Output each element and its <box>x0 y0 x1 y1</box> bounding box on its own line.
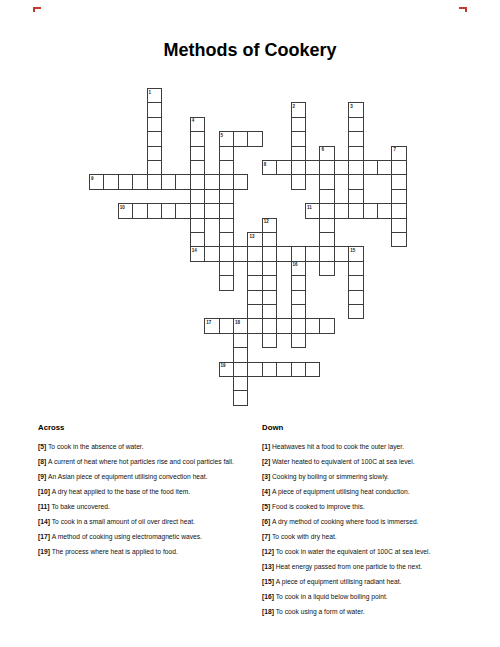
clue-item-number: [2] <box>262 458 272 465</box>
grid-cell[interactable] <box>391 218 406 233</box>
grid-cell[interactable] <box>391 160 406 175</box>
clue-number: 5 <box>221 133 224 138</box>
clue-number: 15 <box>350 248 355 253</box>
clue-item-number: [18] <box>262 608 276 615</box>
grid-cell[interactable] <box>219 146 234 161</box>
grid-cell[interactable] <box>391 203 406 218</box>
grid-cell[interactable] <box>334 160 349 175</box>
grid-cell[interactable]: 10 <box>118 203 133 218</box>
clue-number: 9 <box>91 176 94 181</box>
grid-cell[interactable] <box>204 174 219 189</box>
grid-cell[interactable] <box>219 160 234 175</box>
grid-cell[interactable] <box>190 174 205 189</box>
grid-cell[interactable] <box>348 203 363 218</box>
clue-item-number: [19] <box>38 548 52 555</box>
grid-cell[interactable] <box>348 160 363 175</box>
grid-cell[interactable] <box>219 203 234 218</box>
grid-cell[interactable] <box>233 347 248 362</box>
grid-cell[interactable] <box>319 160 334 175</box>
clue-item: [4] A piece of equipment utilising heat … <box>262 486 480 497</box>
grid-cell[interactable] <box>219 246 234 261</box>
clue-item-number: [13] <box>262 563 276 570</box>
grid-cell[interactable] <box>348 275 363 290</box>
clue-item: [2] Water heated to equivalent of 100C a… <box>262 456 480 467</box>
grid-cell[interactable] <box>391 174 406 189</box>
clue-item-number: [12] <box>262 548 276 555</box>
grid-cell[interactable] <box>305 362 320 377</box>
clue-item-number: [8] <box>38 458 48 465</box>
grid-cell[interactable] <box>319 174 334 189</box>
grid-cell[interactable]: 5 <box>219 131 234 146</box>
clue-item: [8] A current of heat where hot particle… <box>38 456 254 467</box>
clue-number: 6 <box>321 147 324 152</box>
grid-cell[interactable] <box>291 362 306 377</box>
grid-cell[interactable]: 15 <box>348 246 363 261</box>
clue-number: 14 <box>192 248 197 253</box>
crop-mark-left-tick <box>33 7 35 12</box>
grid-cell[interactable] <box>147 102 162 117</box>
grid-cell[interactable] <box>132 203 147 218</box>
clue-item-number: [6] <box>262 518 272 525</box>
clue-item-number: [10] <box>38 488 52 495</box>
clue-item: [18] To cook using a form of water. <box>262 606 480 617</box>
clue-number: 8 <box>264 162 267 167</box>
grid-cell[interactable] <box>262 261 277 276</box>
grid-cell[interactable] <box>291 275 306 290</box>
clue-item: [12] To cook in water the equivalent of … <box>262 546 480 557</box>
clue-item: [14] To cook in a small amount of oil ov… <box>38 516 254 527</box>
grid-cell[interactable] <box>262 304 277 319</box>
grid-cell[interactable] <box>233 362 248 377</box>
clue-number: 13 <box>249 234 254 239</box>
clue-number: 7 <box>393 147 396 152</box>
grid-cell[interactable] <box>363 160 378 175</box>
grid-cell[interactable] <box>291 117 306 132</box>
grid-cell[interactable] <box>262 246 277 261</box>
clue-number: 3 <box>350 104 353 109</box>
clue-item: [6] A dry method of cooking where food i… <box>262 516 480 527</box>
clue-item-number: [4] <box>262 488 272 495</box>
grid-cell[interactable]: 1 <box>147 88 162 103</box>
clue-number: 1 <box>149 90 152 95</box>
clue-item: [19] The process where heat is applied t… <box>38 546 254 557</box>
grid-cell[interactable]: 8 <box>262 160 277 175</box>
clue-item-number: [11] <box>38 503 51 510</box>
clue-number: 11 <box>307 205 312 210</box>
grid-cell[interactable] <box>377 160 392 175</box>
grid-cell[interactable] <box>247 304 262 319</box>
crop-mark-right-tick <box>465 7 467 12</box>
grid-cell[interactable] <box>247 318 262 333</box>
clue-number: 12 <box>264 219 269 224</box>
grid-cell[interactable] <box>262 290 277 305</box>
clue-number: 2 <box>293 104 296 109</box>
grid-cell[interactable]: 17 <box>204 318 219 333</box>
grid-cell[interactable] <box>305 246 320 261</box>
grid-cell[interactable] <box>348 189 363 204</box>
clue-item-number: [14] <box>38 518 52 525</box>
grid-cell[interactable] <box>190 203 205 218</box>
grid-cell[interactable] <box>147 117 162 132</box>
grid-cell[interactable] <box>334 246 349 261</box>
grid-cell[interactable] <box>363 203 378 218</box>
grid-cell[interactable] <box>291 318 306 333</box>
grid-cell[interactable] <box>262 232 277 247</box>
grid-cell[interactable] <box>161 174 176 189</box>
grid-cell[interactable] <box>219 261 234 276</box>
grid-cell[interactable] <box>190 189 205 204</box>
grid-cell[interactable] <box>319 318 334 333</box>
grid-cell[interactable]: 4 <box>190 117 205 132</box>
grid-cell[interactable] <box>118 174 133 189</box>
grid-cell[interactable]: 12 <box>262 218 277 233</box>
grid-cell[interactable] <box>319 246 334 261</box>
grid-cell[interactable] <box>190 146 205 161</box>
clue-item-number: [9] <box>38 473 48 480</box>
grid-cell[interactable] <box>190 232 205 247</box>
grid-cell[interactable] <box>291 160 306 175</box>
clue-item: [1] Heatwaves hit a food to cook the out… <box>262 441 480 452</box>
across-header: Across <box>38 423 254 432</box>
grid-cell[interactable] <box>219 275 234 290</box>
grid-cell[interactable] <box>147 131 162 146</box>
clue-item-number: [3] <box>262 473 272 480</box>
grid-cell[interactable]: 7 <box>391 146 406 161</box>
clue-item-number: [17] <box>38 533 52 540</box>
grid-cell[interactable] <box>391 232 406 247</box>
grid-cell[interactable]: 13 <box>247 232 262 247</box>
grid-cell[interactable] <box>233 333 248 348</box>
clue-number: 10 <box>120 205 125 210</box>
grid-cell[interactable] <box>219 174 234 189</box>
grid-cell[interactable] <box>291 333 306 348</box>
grid-cell[interactable]: 14 <box>190 246 205 261</box>
grid-cell[interactable] <box>247 246 262 261</box>
clue-item: [3] Cooking by boiling or simmering slow… <box>262 471 480 482</box>
clue-item-number: [5] <box>38 443 48 450</box>
clue-item: [11] To bake uncovered. <box>38 501 254 512</box>
grid-cell[interactable] <box>377 203 392 218</box>
clue-number: 4 <box>192 118 195 123</box>
grid-cell[interactable] <box>291 131 306 146</box>
clue-number: 19 <box>221 363 226 368</box>
worksheet-page: Methods of Cookery 123456789101112131415… <box>0 0 500 647</box>
grid-cell[interactable] <box>219 189 234 204</box>
grid-cell[interactable] <box>247 261 262 276</box>
grid-cell[interactable] <box>233 131 248 146</box>
down-header: Down <box>262 423 480 432</box>
clue-item-number: [15] <box>262 578 276 585</box>
grid-cell[interactable] <box>276 246 291 261</box>
grid-cell[interactable] <box>147 160 162 175</box>
grid-cell[interactable] <box>348 304 363 319</box>
grid-cell[interactable] <box>147 203 162 218</box>
grid-cell[interactable] <box>291 174 306 189</box>
crossword-grid: 12345678910111213141516171819 <box>89 88 407 406</box>
grid-cell[interactable] <box>132 174 147 189</box>
grid-cell[interactable] <box>262 318 277 333</box>
grid-cell[interactable] <box>348 261 363 276</box>
grid-cell[interactable] <box>219 218 234 233</box>
grid-cell[interactable] <box>233 390 248 405</box>
clue-item-number: [5] <box>262 503 272 510</box>
grid-cell[interactable] <box>319 189 334 204</box>
grid-cell[interactable]: 2 <box>291 102 306 117</box>
down-clues-section: Down [1] Heatwaves hit a food to cook th… <box>262 423 480 621</box>
grid-cell[interactable] <box>291 146 306 161</box>
grid-cell[interactable] <box>276 160 291 175</box>
clue-number: 17 <box>206 320 211 325</box>
grid-cell[interactable] <box>305 318 320 333</box>
grid-cell[interactable] <box>190 218 205 233</box>
down-clue-list: [1] Heatwaves hit a food to cook the out… <box>262 441 480 617</box>
grid-cell[interactable] <box>348 146 363 161</box>
grid-cell[interactable] <box>219 318 234 333</box>
grid-cell[interactable]: 6 <box>319 146 334 161</box>
grid-cell[interactable]: 3 <box>348 102 363 117</box>
grid-cell[interactable] <box>247 362 262 377</box>
grid-cell[interactable] <box>247 131 262 146</box>
clue-item: [10] A dry heat applied to the base of t… <box>38 486 254 497</box>
grid-cell[interactable]: 19 <box>219 362 234 377</box>
clue-item-number: [1] <box>262 443 272 450</box>
grid-cell[interactable] <box>233 174 248 189</box>
grid-cell[interactable] <box>305 160 320 175</box>
grid-cell[interactable] <box>204 246 219 261</box>
grid-cell[interactable] <box>103 174 118 189</box>
grid-cell[interactable] <box>161 203 176 218</box>
grid-cell[interactable] <box>219 232 234 247</box>
clue-item-number: [7] <box>262 533 272 540</box>
grid-cell[interactable]: 9 <box>89 174 104 189</box>
grid-cell[interactable] <box>190 160 205 175</box>
clue-item: [5] Food is cooked to improve this. <box>262 501 480 512</box>
grid-cell[interactable] <box>291 290 306 305</box>
clue-item: [15] A piece of equipment utilising radi… <box>262 576 480 587</box>
clue-number: 18 <box>235 320 240 325</box>
grid-cell[interactable] <box>175 203 190 218</box>
grid-cell[interactable] <box>319 261 334 276</box>
clue-item-number: [16] <box>262 593 276 600</box>
grid-cell[interactable] <box>233 246 248 261</box>
grid-cell[interactable] <box>334 203 349 218</box>
grid-cell[interactable]: 16 <box>291 261 306 276</box>
grid-cell[interactable] <box>262 333 277 348</box>
clue-item: [16] To cook in a liquid below boiling p… <box>262 591 480 602</box>
clue-item: [5] To cook in the absence of water. <box>38 441 254 452</box>
grid-cell[interactable] <box>276 362 291 377</box>
across-clues-section: Across [5] To cook in the absence of wat… <box>38 423 254 561</box>
clue-item: [7] To cook with dry heat. <box>262 531 480 542</box>
grid-cell[interactable]: 11 <box>305 203 320 218</box>
grid-cell[interactable] <box>247 290 262 305</box>
clue-item: [17] A method of cooking using electroma… <box>38 531 254 542</box>
grid-cell[interactable] <box>276 318 291 333</box>
grid-cell[interactable] <box>348 174 363 189</box>
grid-cell[interactable] <box>319 203 334 218</box>
grid-cell[interactable] <box>291 246 306 261</box>
grid-cell[interactable] <box>348 117 363 132</box>
grid-cell[interactable] <box>291 304 306 319</box>
grid-cell[interactable] <box>262 362 277 377</box>
grid-cell[interactable] <box>147 174 162 189</box>
grid-cell[interactable] <box>204 203 219 218</box>
grid-cell[interactable] <box>262 275 277 290</box>
grid-cell[interactable]: 18 <box>233 318 248 333</box>
grid-cell[interactable] <box>190 131 205 146</box>
grid-cell[interactable] <box>147 146 162 161</box>
grid-cell[interactable] <box>175 174 190 189</box>
clue-item: [13] Heat energy passed from one particl… <box>262 561 480 572</box>
grid-cell[interactable] <box>391 189 406 204</box>
clue-number: 16 <box>293 262 298 267</box>
grid-cell[interactable] <box>247 275 262 290</box>
grid-cell[interactable] <box>319 232 334 247</box>
grid-cell[interactable] <box>233 376 248 391</box>
grid-cell[interactable] <box>348 131 363 146</box>
across-clue-list: [5] To cook in the absence of water.[8] … <box>38 441 254 557</box>
grid-cell[interactable] <box>348 290 363 305</box>
puzzle-title: Methods of Cookery <box>0 40 500 61</box>
clue-item: [9] An Asian piece of equipment utilisin… <box>38 471 254 482</box>
grid-cell[interactable] <box>319 218 334 233</box>
